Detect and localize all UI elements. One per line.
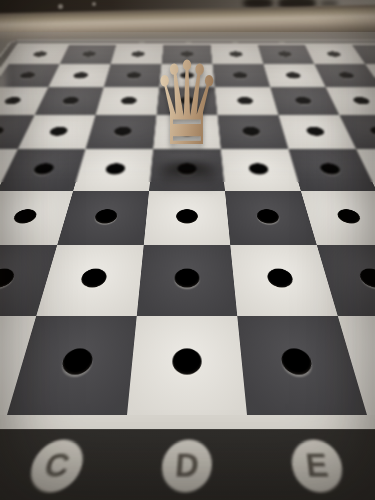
peg-hole — [94, 209, 119, 223]
peg-hole — [48, 127, 69, 136]
square-c3[interactable] — [57, 191, 149, 245]
peg-hole — [357, 268, 375, 287]
peg-hole — [176, 209, 198, 223]
square-d1[interactable] — [127, 316, 247, 415]
square-b8[interactable] — [60, 45, 117, 65]
peg-hole — [61, 97, 80, 104]
peg-hole — [60, 348, 95, 374]
peg-hole — [279, 348, 314, 374]
peg-hole — [174, 268, 200, 287]
peg-hole — [172, 348, 202, 374]
peg-hole — [32, 51, 48, 56]
peg-hole — [0, 268, 17, 287]
peg-hole — [266, 268, 295, 287]
square-d2[interactable] — [137, 245, 238, 316]
peg-hole — [351, 97, 371, 104]
peg-hole — [256, 209, 281, 223]
peg-hole — [338, 72, 356, 78]
peg-hole — [81, 51, 96, 56]
peg-hole — [120, 97, 137, 104]
peg-hole — [113, 127, 132, 136]
square-g7[interactable] — [314, 64, 375, 87]
peg-hole — [11, 209, 39, 223]
peg-hole — [72, 72, 89, 78]
peg-hole — [18, 72, 36, 78]
peg-hole — [277, 51, 292, 56]
bokeh-highlight — [58, 4, 63, 9]
peg-hole — [294, 97, 313, 104]
peg-hole — [105, 163, 127, 174]
square-b6[interactable] — [35, 87, 104, 115]
peg-hole — [0, 127, 6, 136]
peg-hole — [229, 51, 243, 56]
blur-streak — [0, 48, 9, 120]
peg-hole — [326, 51, 342, 56]
square-d3[interactable] — [144, 191, 231, 245]
peg-hole — [248, 163, 270, 174]
peg-hole — [285, 72, 302, 78]
peg-hole — [242, 127, 261, 136]
peg-hole — [318, 163, 342, 174]
piece-white-queen[interactable]: ♛ — [143, 38, 231, 170]
bokeh-highlight — [92, 2, 96, 6]
peg-hole — [232, 72, 248, 78]
peg-hole — [335, 209, 363, 223]
peg-hole — [126, 72, 142, 78]
square-b7[interactable] — [48, 64, 110, 87]
peg-hole — [368, 127, 375, 136]
peg-hole — [32, 163, 56, 174]
peg-hole — [79, 268, 108, 287]
photo-of-chessboard: C D E ♛ — [0, 0, 375, 500]
square-e4[interactable] — [221, 149, 301, 191]
peg-hole — [237, 97, 254, 104]
square-c4[interactable] — [73, 149, 153, 191]
peg-hole — [305, 127, 326, 136]
